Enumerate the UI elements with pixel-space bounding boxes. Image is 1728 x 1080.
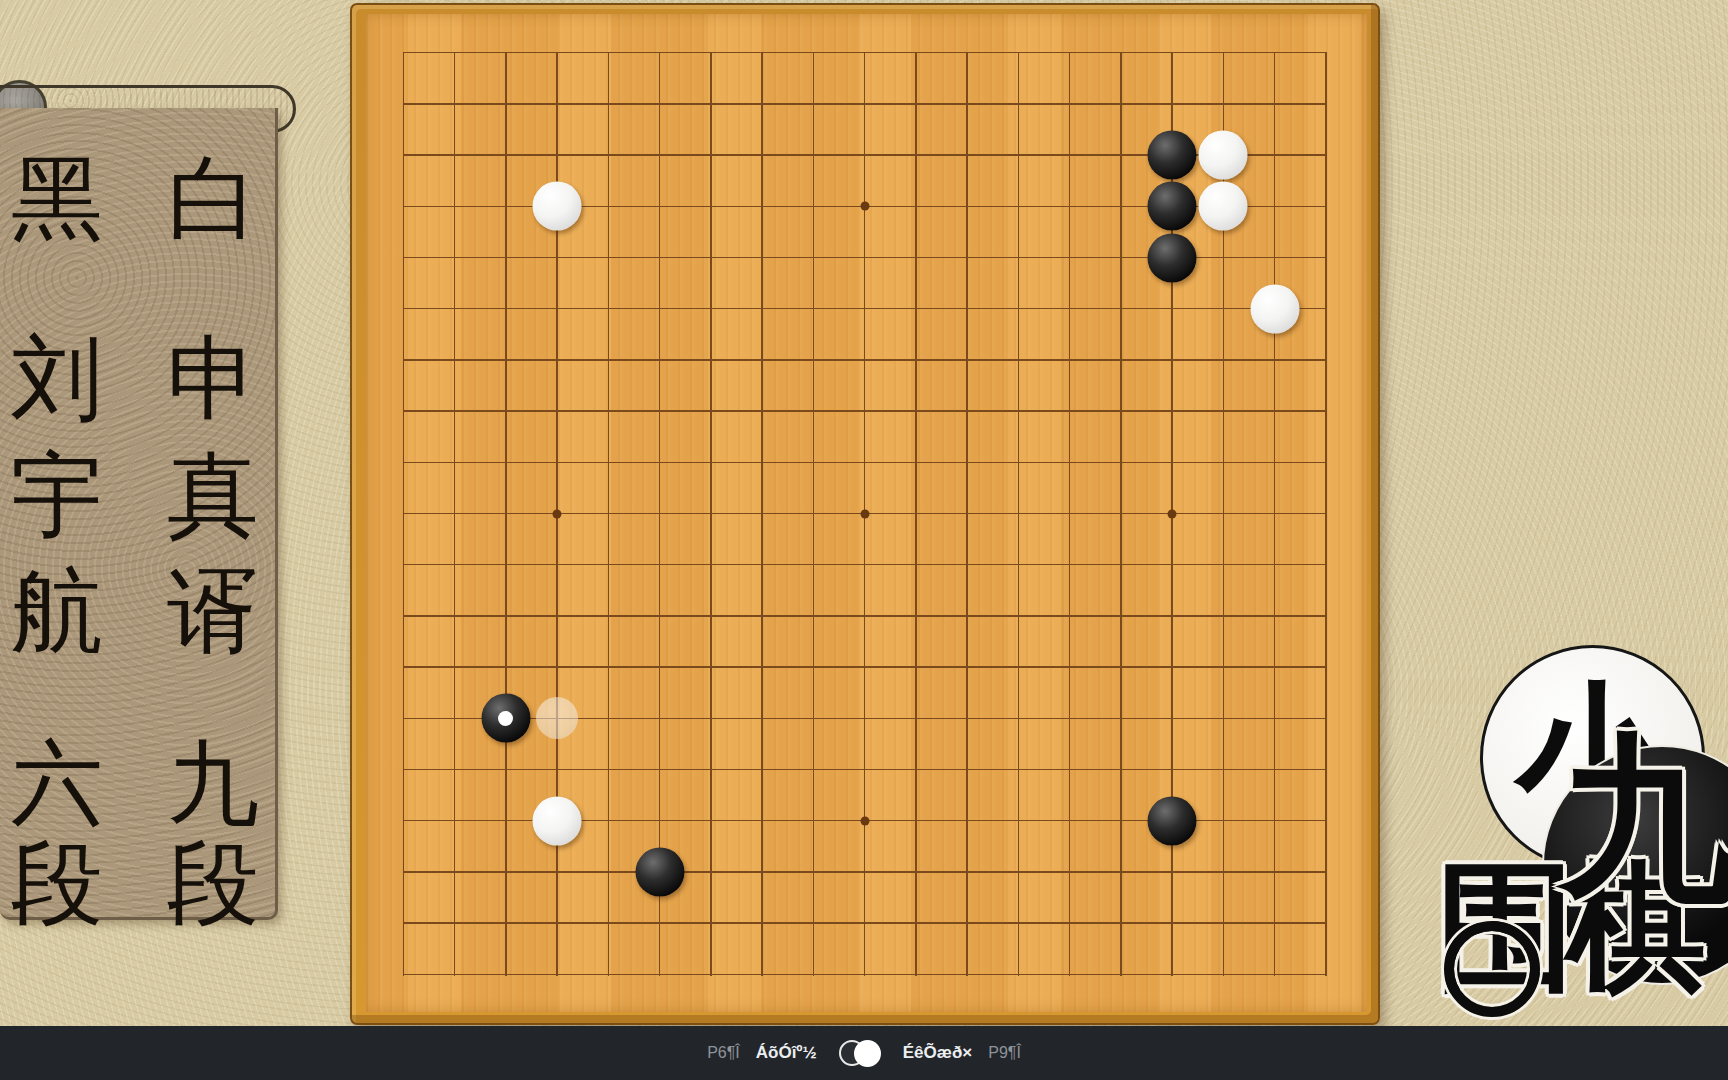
white-player-name-text: ÉêÕæð×	[903, 1043, 972, 1063]
grid-line	[403, 308, 1327, 310]
white-stone	[1199, 182, 1248, 231]
black-stone	[481, 694, 530, 743]
grid-line	[403, 410, 1327, 412]
star-point	[860, 816, 869, 825]
grid-line	[1120, 53, 1122, 976]
grid-line	[915, 53, 917, 976]
grid-line	[403, 359, 1327, 361]
white-rank-char: 九	[166, 730, 260, 842]
white-stone-toggle-icon	[854, 1040, 881, 1067]
logo-character-right: 九	[1558, 725, 1728, 915]
go-board-grid[interactable]	[366, 14, 1367, 1012]
star-point	[860, 202, 869, 211]
black-name-char: 宇	[10, 442, 104, 554]
white-label: 白	[166, 145, 260, 257]
ghost-white-stone	[536, 697, 578, 739]
grid-line	[403, 769, 1327, 771]
black-stone	[1148, 182, 1197, 231]
star-point	[553, 509, 562, 518]
black-stone	[1148, 233, 1197, 282]
black-player-name-text: ÁõÓîº½	[756, 1043, 817, 1063]
grid-line	[1274, 53, 1276, 976]
star-point	[1168, 509, 1177, 518]
grid-line	[1325, 53, 1327, 976]
app-logo: 小 九 围棋	[1430, 633, 1728, 1015]
white-stone	[1250, 284, 1299, 333]
white-name-char: 申	[166, 325, 260, 437]
color-toggle[interactable]	[839, 1040, 881, 1067]
grid-line	[403, 462, 1327, 464]
grid-line	[1069, 53, 1071, 976]
white-stone	[533, 796, 582, 845]
black-name-char: 航	[10, 558, 104, 670]
status-bar: P6¶Î ÁõÓîº½ ÉêÕæð× P9¶Î	[0, 1026, 1728, 1080]
black-name-char: 刘	[10, 325, 104, 437]
white-player-column: 白 申 真 谞 九 段	[166, 108, 260, 917]
grid-line	[403, 52, 1327, 54]
black-rank-char: 六	[10, 730, 104, 842]
white-name-char: 谞	[166, 558, 260, 670]
grid-line	[403, 103, 1327, 105]
black-stone	[635, 847, 684, 896]
scroll-paper: 黑 刘 宇 航 六 段 白 申 真 谞 九 段	[0, 108, 278, 920]
grid-line	[403, 564, 1327, 566]
black-stone	[1148, 796, 1197, 845]
grid-line	[403, 666, 1327, 668]
logo-ring-icon	[1444, 921, 1540, 1017]
grid-line	[1018, 53, 1020, 976]
white-stone	[1199, 131, 1248, 180]
last-move-marker	[498, 711, 513, 726]
go-board	[350, 3, 1380, 1025]
black-rank-text: P6¶Î	[707, 1044, 740, 1062]
grid-line	[403, 974, 1327, 976]
grid-line	[403, 871, 1327, 873]
white-stone	[533, 182, 582, 231]
black-player-column: 黑 刘 宇 航 六 段	[10, 108, 104, 917]
black-label: 黑	[10, 145, 104, 257]
white-rank-text: P9¶Î	[988, 1044, 1021, 1062]
star-point	[860, 509, 869, 518]
grid-line	[966, 53, 968, 976]
black-stone	[1148, 131, 1197, 180]
grid-line	[403, 615, 1327, 617]
white-name-char: 真	[166, 442, 260, 554]
white-rank-char: 段	[166, 830, 260, 942]
black-rank-char: 段	[10, 830, 104, 942]
grid-line	[403, 922, 1327, 924]
